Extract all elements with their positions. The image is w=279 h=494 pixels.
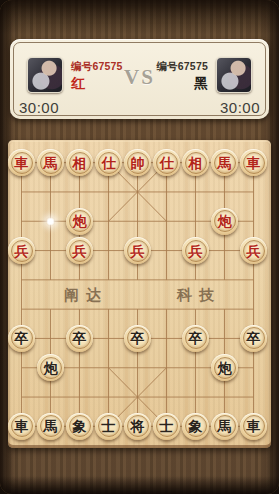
- piece-red-相[interactable]: 相: [182, 149, 209, 176]
- piece-black-炮[interactable]: 炮: [211, 354, 238, 381]
- piece-glyph: 卒: [15, 331, 29, 345]
- piece-black-炮[interactable]: 炮: [37, 354, 64, 381]
- piece-black-将[interactable]: 将: [124, 413, 151, 440]
- piece-glyph: 卒: [247, 331, 261, 345]
- piece-black-卒[interactable]: 卒: [66, 325, 93, 352]
- players-panel: 编号67575 红 VS 编号67575 黑 30:00 30:00: [10, 39, 269, 119]
- piece-glyph: 馬: [218, 156, 232, 170]
- piece-red-馬[interactable]: 馬: [37, 149, 64, 176]
- piece-black-馬[interactable]: 馬: [37, 413, 64, 440]
- black-player-avatar[interactable]: [216, 57, 252, 93]
- piece-black-卒[interactable]: 卒: [124, 325, 151, 352]
- piece-glyph: 相: [189, 156, 203, 170]
- piece-black-馬[interactable]: 馬: [211, 413, 238, 440]
- piece-glyph: 馬: [44, 419, 58, 433]
- black-player-info: 编号67575 黑: [156, 60, 208, 92]
- black-player-id: 编号67575: [156, 60, 208, 72]
- piece-black-卒[interactable]: 卒: [240, 325, 267, 352]
- piece-black-象[interactable]: 象: [182, 413, 209, 440]
- piece-glyph: 兵: [15, 244, 29, 258]
- red-player-clock: 30:00: [19, 99, 59, 116]
- piece-glyph: 車: [247, 156, 261, 170]
- piece-glyph: 将: [131, 419, 145, 433]
- piece-glyph: 車: [15, 419, 29, 433]
- piece-glyph: 卒: [189, 331, 203, 345]
- piece-black-卒[interactable]: 卒: [8, 325, 35, 352]
- piece-glyph: 兵: [131, 244, 145, 258]
- piece-red-炮[interactable]: 炮: [66, 208, 93, 235]
- piece-glyph: 卒: [131, 331, 145, 345]
- piece-glyph: 馬: [218, 419, 232, 433]
- piece-glyph: 士: [160, 419, 174, 433]
- piece-red-仕[interactable]: 仕: [95, 149, 122, 176]
- wood-background: 编号67575 红 VS 编号67575 黑 30:00 30:00 阐达 科技…: [0, 0, 279, 494]
- piece-glyph: 兵: [247, 244, 261, 258]
- piece-red-兵[interactable]: 兵: [240, 237, 267, 264]
- piece-glyph: 炮: [44, 361, 58, 375]
- piece-red-帥[interactable]: 帥: [124, 149, 151, 176]
- piece-black-車[interactable]: 車: [8, 413, 35, 440]
- piece-glyph: 相: [73, 156, 87, 170]
- piece-glyph: 象: [189, 419, 203, 433]
- piece-glyph: 炮: [73, 214, 87, 228]
- board-grid[interactable]: 車馬相仕帥仕相馬車炮炮兵兵兵兵兵卒卒卒卒卒炮炮車馬象士将士象馬車: [7, 148, 268, 441]
- piece-red-兵[interactable]: 兵: [182, 237, 209, 264]
- piece-red-車[interactable]: 車: [240, 149, 267, 176]
- piece-glyph: 卒: [73, 331, 87, 345]
- piece-glyph: 炮: [218, 361, 232, 375]
- xiangqi-board: 阐达 科技 車馬相仕帥仕相馬車炮炮兵兵兵兵兵卒卒卒卒卒炮炮車馬象士将士象馬車: [8, 140, 271, 448]
- app-screen: 编号67575 红 VS 编号67575 黑 30:00 30:00 阐达 科技…: [0, 0, 279, 494]
- piece-black-卒[interactable]: 卒: [182, 325, 209, 352]
- piece-black-士[interactable]: 士: [95, 413, 122, 440]
- piece-red-兵[interactable]: 兵: [124, 237, 151, 264]
- piece-red-馬[interactable]: 馬: [211, 149, 238, 176]
- piece-black-象[interactable]: 象: [66, 413, 93, 440]
- black-side-label: 黑: [156, 74, 208, 92]
- piece-glyph: 士: [102, 419, 116, 433]
- black-player-clock: 30:00: [220, 99, 260, 116]
- last-move-origin-marker: [46, 217, 55, 226]
- piece-glyph: 仕: [102, 156, 116, 170]
- piece-red-車[interactable]: 車: [8, 149, 35, 176]
- piece-red-炮[interactable]: 炮: [211, 208, 238, 235]
- piece-glyph: 兵: [189, 244, 203, 258]
- piece-glyph: 帥: [131, 156, 145, 170]
- piece-glyph: 車: [15, 156, 29, 170]
- piece-red-仕[interactable]: 仕: [153, 149, 180, 176]
- piece-red-兵[interactable]: 兵: [66, 237, 93, 264]
- piece-glyph: 炮: [218, 214, 232, 228]
- piece-black-車[interactable]: 車: [240, 413, 267, 440]
- piece-red-相[interactable]: 相: [66, 149, 93, 176]
- piece-glyph: 車: [247, 419, 261, 433]
- piece-glyph: 象: [73, 419, 87, 433]
- piece-glyph: 仕: [160, 156, 174, 170]
- piece-red-兵[interactable]: 兵: [8, 237, 35, 264]
- piece-glyph: 兵: [73, 244, 87, 258]
- piece-black-士[interactable]: 士: [153, 413, 180, 440]
- piece-glyph: 馬: [44, 156, 58, 170]
